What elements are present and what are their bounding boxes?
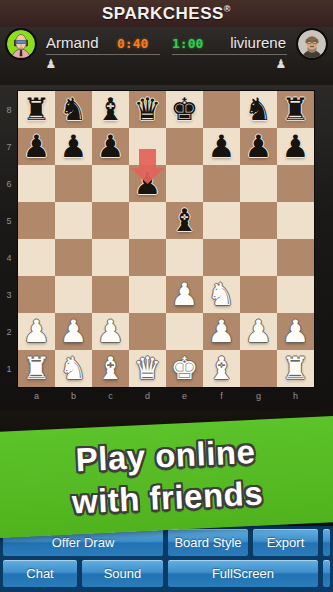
- board-grid: ♜♞♝♛♚♞♜♟♟♟♟♟♟♟♝♟♞♟♟♟♟♟♟♜♞♝♛♚♝♜: [18, 91, 314, 387]
- square-e4[interactable]: [166, 239, 203, 276]
- square-g7[interactable]: ♟: [240, 128, 277, 165]
- white-pawn[interactable]: ♟: [18, 313, 55, 350]
- rank-label-2: 2: [0, 313, 18, 350]
- square-c8[interactable]: ♝: [92, 91, 129, 128]
- square-a2[interactable]: ♟: [18, 313, 55, 350]
- black-pawn[interactable]: ♟: [240, 128, 277, 165]
- square-g5[interactable]: [240, 202, 277, 239]
- rank-labels: 87654321: [0, 91, 18, 387]
- player-bar: Armand 0:40 1:00 liviurene ♟ ♟: [0, 27, 333, 85]
- square-e7[interactable]: [166, 128, 203, 165]
- square-f2[interactable]: ♟: [203, 313, 240, 350]
- right-player-name: liviurene: [230, 34, 286, 51]
- file-label-b: b: [55, 389, 92, 402]
- white-knight[interactable]: ♞: [55, 350, 92, 387]
- square-h4[interactable]: [277, 239, 314, 276]
- sound-button[interactable]: Sound: [81, 559, 164, 588]
- white-pawn[interactable]: ♟: [92, 313, 129, 350]
- square-c1[interactable]: ♝: [92, 350, 129, 387]
- photo-avatar-icon: [298, 30, 326, 58]
- square-a4[interactable]: [18, 239, 55, 276]
- square-a7[interactable]: ♟: [18, 128, 55, 165]
- black-pawn[interactable]: ♟: [129, 165, 166, 202]
- app-title: SPARKCHESS®: [102, 4, 231, 24]
- square-b8[interactable]: ♞: [55, 91, 92, 128]
- square-h5[interactable]: [277, 202, 314, 239]
- app-header: SPARKCHESS®: [0, 0, 333, 27]
- square-d2[interactable]: [129, 313, 166, 350]
- file-label-h: h: [277, 389, 314, 402]
- square-a3[interactable]: [18, 276, 55, 313]
- square-d6[interactable]: ♟: [129, 165, 166, 202]
- rank-label-4: 4: [0, 239, 18, 276]
- square-g1[interactable]: [240, 350, 277, 387]
- square-c7[interactable]: ♟: [92, 128, 129, 165]
- file-labels: abcdefgh: [18, 389, 314, 402]
- square-e1[interactable]: ♚: [166, 350, 203, 387]
- square-f6[interactable]: [203, 165, 240, 202]
- square-b7[interactable]: ♟: [55, 128, 92, 165]
- right-player-underline: [172, 54, 287, 55]
- toolbar: Offer Draw Board Style Export Chat Sound…: [0, 526, 333, 592]
- square-g8[interactable]: ♞: [240, 91, 277, 128]
- white-pawn[interactable]: ♟: [240, 313, 277, 350]
- square-c2[interactable]: ♟: [92, 313, 129, 350]
- square-e6[interactable]: [166, 165, 203, 202]
- square-a5[interactable]: [18, 202, 55, 239]
- white-pawn[interactable]: ♟: [203, 313, 240, 350]
- square-e2[interactable]: [166, 313, 203, 350]
- left-captured-pawn-icon: ♟: [44, 57, 58, 71]
- file-label-f: f: [203, 389, 240, 402]
- left-player-clock: 0:40: [117, 36, 148, 51]
- file-label-a: a: [18, 389, 55, 402]
- board-frame: 87654321 ♜♞♝♛♚♞♜♟♟♟♟♟♟♟♝♟♞♟♟♟♟♟♟♜♞♝♛♚♝♜ …: [0, 85, 333, 410]
- black-bishop[interactable]: ♝: [92, 91, 129, 128]
- square-c3[interactable]: [92, 276, 129, 313]
- square-e3[interactable]: ♟: [166, 276, 203, 313]
- black-pawn[interactable]: ♟: [18, 128, 55, 165]
- rank-label-7: 7: [0, 128, 18, 165]
- right-player-avatar: [296, 28, 328, 60]
- black-rook[interactable]: ♜: [18, 91, 55, 128]
- square-h1[interactable]: ♜: [277, 350, 314, 387]
- black-pawn[interactable]: ♟: [203, 128, 240, 165]
- rank-label-5: 5: [0, 202, 18, 239]
- square-h3[interactable]: [277, 276, 314, 313]
- black-knight[interactable]: ♞: [240, 91, 277, 128]
- white-bishop[interactable]: ♝: [203, 350, 240, 387]
- square-f4[interactable]: [203, 239, 240, 276]
- white-pawn[interactable]: ♟: [277, 313, 314, 350]
- square-b6[interactable]: [55, 165, 92, 202]
- square-d3[interactable]: [129, 276, 166, 313]
- square-a6[interactable]: [18, 165, 55, 202]
- right-captured-pawn-icon: ♟: [274, 57, 288, 71]
- square-a1[interactable]: ♜: [18, 350, 55, 387]
- square-e8[interactable]: ♚: [166, 91, 203, 128]
- black-rook[interactable]: ♜: [277, 91, 314, 128]
- chat-button[interactable]: Chat: [2, 559, 78, 588]
- square-d7[interactable]: [129, 128, 166, 165]
- white-pawn[interactable]: ♟: [166, 276, 203, 313]
- white-pawn[interactable]: ♟: [55, 313, 92, 350]
- square-b2[interactable]: ♟: [55, 313, 92, 350]
- square-g6[interactable]: [240, 165, 277, 202]
- square-c5[interactable]: [92, 202, 129, 239]
- black-knight[interactable]: ♞: [55, 91, 92, 128]
- black-king[interactable]: ♚: [166, 91, 203, 128]
- rank-label-1: 1: [0, 350, 18, 387]
- white-knight[interactable]: ♞: [203, 276, 240, 313]
- square-g2[interactable]: ♟: [240, 313, 277, 350]
- square-d4[interactable]: [129, 239, 166, 276]
- square-e5[interactable]: ♝: [166, 202, 203, 239]
- square-h8[interactable]: ♜: [277, 91, 314, 128]
- right-player-clock: 1:00: [172, 36, 203, 51]
- white-queen[interactable]: ♛: [129, 350, 166, 387]
- square-d5[interactable]: [129, 202, 166, 239]
- square-c4[interactable]: [92, 239, 129, 276]
- board-style-button[interactable]: Board Style: [167, 528, 249, 557]
- white-bishop[interactable]: ♝: [92, 350, 129, 387]
- cartoon-avatar-icon: [7, 30, 35, 58]
- square-a8[interactable]: ♜: [18, 91, 55, 128]
- square-h6[interactable]: [277, 165, 314, 202]
- square-c6[interactable]: [92, 165, 129, 202]
- app-title-text: SPARKCHESS: [102, 4, 224, 23]
- black-pawn[interactable]: ♟: [92, 128, 129, 165]
- square-b5[interactable]: [55, 202, 92, 239]
- banner-line-2: with friends: [71, 472, 264, 523]
- square-f1[interactable]: ♝: [203, 350, 240, 387]
- file-label-g: g: [240, 389, 277, 402]
- square-b1[interactable]: ♞: [55, 350, 92, 387]
- left-player-name: Armand: [46, 34, 99, 51]
- square-f8[interactable]: [203, 91, 240, 128]
- file-label-d: d: [129, 389, 166, 402]
- cut-off-button-bottom[interactable]: [322, 559, 331, 588]
- square-f7[interactable]: ♟: [203, 128, 240, 165]
- black-bishop[interactable]: ♝: [166, 202, 203, 239]
- registered-mark: ®: [224, 4, 231, 14]
- white-rook[interactable]: ♜: [277, 350, 314, 387]
- rank-label-3: 3: [0, 276, 18, 313]
- white-king[interactable]: ♚: [166, 350, 203, 387]
- fullscreen-button[interactable]: FullScreen: [167, 559, 319, 588]
- square-b4[interactable]: [55, 239, 92, 276]
- square-f3[interactable]: ♞: [203, 276, 240, 313]
- square-b3[interactable]: [55, 276, 92, 313]
- white-rook[interactable]: ♜: [18, 350, 55, 387]
- file-label-e: e: [166, 389, 203, 402]
- black-queen[interactable]: ♛: [129, 91, 166, 128]
- rank-label-6: 6: [0, 165, 18, 202]
- square-g3[interactable]: [240, 276, 277, 313]
- square-h2[interactable]: ♟: [277, 313, 314, 350]
- square-h7[interactable]: ♟: [277, 128, 314, 165]
- black-pawn[interactable]: ♟: [55, 128, 92, 165]
- export-button[interactable]: Export: [252, 528, 319, 557]
- promo-banner[interactable]: Play online with friends: [0, 416, 333, 539]
- rank-label-8: 8: [0, 91, 18, 128]
- toolbar-row-2: Chat Sound FullScreen: [2, 559, 331, 588]
- black-pawn[interactable]: ♟: [277, 128, 314, 165]
- square-d8[interactable]: ♛: [129, 91, 166, 128]
- file-label-c: c: [92, 389, 129, 402]
- square-d1[interactable]: ♛: [129, 350, 166, 387]
- square-f5[interactable]: [203, 202, 240, 239]
- sparkchess-app: SPARKCHESS® Armand 0:40 1:00 liviurene: [0, 0, 333, 592]
- left-player-avatar: [5, 28, 37, 60]
- square-g4[interactable]: [240, 239, 277, 276]
- left-player-underline: [46, 54, 160, 55]
- cut-off-button-top[interactable]: [322, 528, 331, 557]
